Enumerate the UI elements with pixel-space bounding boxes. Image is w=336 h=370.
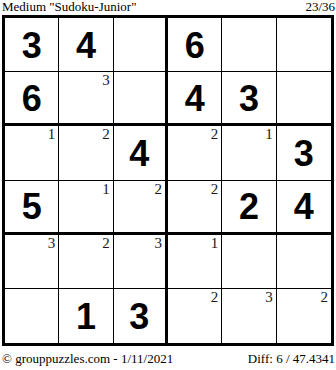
cell-r3c6: 3	[277, 126, 331, 180]
cell-r1c6	[277, 18, 331, 72]
cell-r3c2: 2	[59, 126, 113, 180]
pencil-mark: 2	[320, 289, 328, 306]
cell-r6c3: 3	[114, 289, 168, 343]
pencil-mark: 2	[102, 126, 110, 143]
given-digit: 3	[294, 134, 314, 172]
given-digit: 4	[76, 26, 96, 64]
cell-r5c3: 3	[114, 235, 168, 289]
cell-r5c2: 2	[59, 235, 113, 289]
cell-r5c5	[222, 235, 276, 289]
pencil-mark: 3	[154, 235, 162, 252]
cell-r4c5: 2	[222, 181, 276, 235]
cell-r5c6	[277, 235, 331, 289]
cell-r2c5: 3	[222, 72, 276, 126]
pencil-mark: 2	[102, 235, 110, 252]
pencil-mark: 1	[211, 235, 219, 252]
cell-r5c1: 3	[5, 235, 59, 289]
pencil-mark: 3	[48, 235, 56, 252]
puzzle-title: Medium "Sudoku-Junior"	[2, 0, 136, 14]
given-digit: 3	[129, 297, 149, 335]
copyright-text: © grouppuzzles.com - 1/11/2021	[2, 352, 173, 366]
cell-r6c1	[5, 289, 59, 343]
pencil-mark: 3	[265, 289, 273, 306]
given-digit: 5	[22, 187, 42, 225]
given-digit: 4	[185, 79, 205, 117]
cell-r5c4: 1	[168, 235, 222, 289]
cell-r1c1: 3	[5, 18, 59, 72]
cell-r6c2: 1	[59, 289, 113, 343]
cell-r4c3: 2	[114, 181, 168, 235]
pencil-mark: 2	[211, 126, 219, 143]
sudoku-board: 3466343124213512224323113232	[2, 15, 334, 346]
given-digit: 1	[76, 297, 96, 335]
pencil-mark: 1	[48, 126, 56, 143]
cell-r4c2: 1	[59, 181, 113, 235]
cell-r3c1: 1	[5, 126, 59, 180]
cell-r3c5: 1	[222, 126, 276, 180]
cell-r6c6: 2	[277, 289, 331, 343]
footer: © grouppuzzles.com - 1/11/2021 Diff: 6 /…	[2, 352, 335, 366]
pencil-mark: 3	[102, 72, 110, 89]
cell-r2c1: 6	[5, 72, 59, 126]
cell-r4c6: 4	[277, 181, 331, 235]
cell-r2c3	[114, 72, 168, 126]
cell-r1c4: 6	[168, 18, 222, 72]
cell-r3c4: 2	[168, 126, 222, 180]
pencil-mark: 1	[265, 126, 273, 143]
given-digit: 4	[294, 187, 314, 225]
pencil-mark: 2	[154, 181, 162, 198]
pencil-mark: 2	[211, 289, 219, 306]
cell-r4c1: 5	[5, 181, 59, 235]
given-digit: 6	[185, 26, 205, 64]
given-digit: 3	[22, 26, 42, 64]
cell-r3c3: 4	[114, 126, 168, 180]
cell-r2c2: 3	[59, 72, 113, 126]
difficulty-text: Diff: 6 / 47.4341	[248, 352, 335, 366]
progress-counter: 23/36	[305, 0, 335, 14]
cell-r1c3	[114, 18, 168, 72]
pencil-mark: 1	[102, 181, 110, 198]
pencil-mark: 2	[211, 181, 219, 198]
cell-r6c5: 3	[222, 289, 276, 343]
cell-r2c6	[277, 72, 331, 126]
given-digit: 4	[129, 134, 149, 172]
cell-r1c2: 4	[59, 18, 113, 72]
cell-r2c4: 4	[168, 72, 222, 126]
cell-r4c4: 2	[168, 181, 222, 235]
given-digit: 2	[239, 187, 259, 225]
header: Medium "Sudoku-Junior" 23/36	[2, 0, 335, 15]
given-digit: 6	[22, 79, 42, 117]
cell-r1c5	[222, 18, 276, 72]
given-digit: 3	[239, 79, 259, 117]
cell-r6c4: 2	[168, 289, 222, 343]
